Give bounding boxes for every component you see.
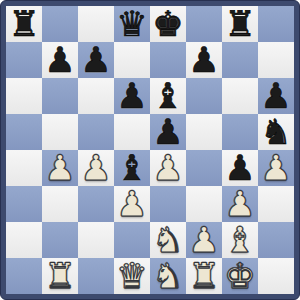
square-f7[interactable]: ♟ [186,42,222,78]
piece-white-pawn[interactable]: ♟ [80,150,111,186]
square-h2[interactable] [258,222,294,258]
piece-white-rook[interactable]: ♜ [188,258,219,294]
piece-white-pawn[interactable]: ♟ [188,222,219,258]
piece-white-pawn[interactable]: ♟ [44,150,75,186]
square-g2[interactable]: ♝ [222,222,258,258]
piece-white-rook[interactable]: ♜ [44,258,75,294]
square-b6[interactable] [42,78,78,114]
piece-white-pawn[interactable]: ♟ [260,150,291,186]
piece-white-knight[interactable]: ♞ [152,258,183,294]
piece-white-knight[interactable]: ♞ [152,222,183,258]
square-h5[interactable]: ♞ [258,114,294,150]
square-g3[interactable]: ♟ [222,186,258,222]
square-e8[interactable]: ♚ [150,6,186,42]
piece-black-queen[interactable]: ♛ [116,6,147,42]
square-c8[interactable] [78,6,114,42]
square-d5[interactable] [114,114,150,150]
square-c2[interactable] [78,222,114,258]
square-g7[interactable] [222,42,258,78]
square-b5[interactable] [42,114,78,150]
square-a5[interactable] [6,114,42,150]
square-c5[interactable] [78,114,114,150]
piece-white-pawn[interactable]: ♟ [116,186,147,222]
square-f2[interactable]: ♟ [186,222,222,258]
piece-black-pawn[interactable]: ♟ [80,42,111,78]
square-b8[interactable] [42,6,78,42]
square-f1[interactable]: ♜ [186,258,222,294]
piece-black-knight[interactable]: ♞ [260,114,291,150]
piece-white-queen[interactable]: ♛ [116,258,147,294]
piece-white-bishop[interactable]: ♝ [224,222,255,258]
square-e1[interactable]: ♞ [150,258,186,294]
square-a1[interactable] [6,258,42,294]
square-d6[interactable]: ♟ [114,78,150,114]
square-a7[interactable] [6,42,42,78]
square-g8[interactable]: ♜ [222,6,258,42]
square-h7[interactable] [258,42,294,78]
square-a4[interactable] [6,150,42,186]
square-e6[interactable]: ♝ [150,78,186,114]
square-b2[interactable] [42,222,78,258]
piece-black-pawn[interactable]: ♟ [260,78,291,114]
square-a3[interactable] [6,186,42,222]
square-h3[interactable] [258,186,294,222]
square-b4[interactable]: ♟ [42,150,78,186]
square-g4[interactable]: ♟ [222,150,258,186]
square-e4[interactable]: ♟ [150,150,186,186]
piece-black-pawn[interactable]: ♟ [116,78,147,114]
chess-board: ♜♛♚♜♟♟♟♟♝♟♟♞♟♟♝♟♟♟♟♟♞♟♝♜♛♞♜♚ [6,6,294,294]
square-f3[interactable] [186,186,222,222]
square-e2[interactable]: ♞ [150,222,186,258]
square-g6[interactable] [222,78,258,114]
square-f5[interactable] [186,114,222,150]
square-c4[interactable]: ♟ [78,150,114,186]
square-d7[interactable] [114,42,150,78]
square-a2[interactable] [6,222,42,258]
square-f8[interactable] [186,6,222,42]
square-b1[interactable]: ♜ [42,258,78,294]
square-c7[interactable]: ♟ [78,42,114,78]
square-f6[interactable] [186,78,222,114]
square-e3[interactable] [150,186,186,222]
square-c1[interactable] [78,258,114,294]
square-e7[interactable] [150,42,186,78]
piece-black-rook[interactable]: ♜ [8,6,39,42]
square-h6[interactable]: ♟ [258,78,294,114]
square-g1[interactable]: ♚ [222,258,258,294]
square-b3[interactable] [42,186,78,222]
piece-black-pawn[interactable]: ♟ [224,150,255,186]
piece-black-rook[interactable]: ♜ [224,6,255,42]
piece-black-pawn[interactable]: ♟ [152,114,183,150]
square-f4[interactable] [186,150,222,186]
piece-white-pawn[interactable]: ♟ [224,186,255,222]
board-frame: ♜♛♚♜♟♟♟♟♝♟♟♞♟♟♝♟♟♟♟♟♞♟♝♜♛♞♜♚ [0,0,300,300]
square-d4[interactable]: ♝ [114,150,150,186]
square-h8[interactable] [258,6,294,42]
piece-black-pawn[interactable]: ♟ [188,42,219,78]
piece-black-pawn[interactable]: ♟ [44,42,75,78]
piece-white-pawn[interactable]: ♟ [152,150,183,186]
square-e5[interactable]: ♟ [150,114,186,150]
square-g5[interactable] [222,114,258,150]
square-d2[interactable] [114,222,150,258]
square-c3[interactable] [78,186,114,222]
square-h1[interactable] [258,258,294,294]
square-a6[interactable] [6,78,42,114]
square-a8[interactable]: ♜ [6,6,42,42]
piece-black-bishop[interactable]: ♝ [116,150,147,186]
piece-black-bishop[interactable]: ♝ [152,78,183,114]
piece-black-king[interactable]: ♚ [152,6,183,42]
square-b7[interactable]: ♟ [42,42,78,78]
square-d1[interactable]: ♛ [114,258,150,294]
square-d8[interactable]: ♛ [114,6,150,42]
square-d3[interactable]: ♟ [114,186,150,222]
square-h4[interactable]: ♟ [258,150,294,186]
piece-white-king[interactable]: ♚ [224,258,255,294]
square-c6[interactable] [78,78,114,114]
